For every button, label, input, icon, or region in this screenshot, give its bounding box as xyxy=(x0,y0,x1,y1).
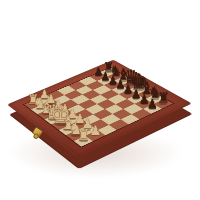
chess-set-photo: ♜♞♝♛♚♝♞♜♟♟♟♟♟♟♟♟♟♟♟♟♟♟♟♟♜♞♝♛♚♝♞♜ xyxy=(0,0,200,200)
